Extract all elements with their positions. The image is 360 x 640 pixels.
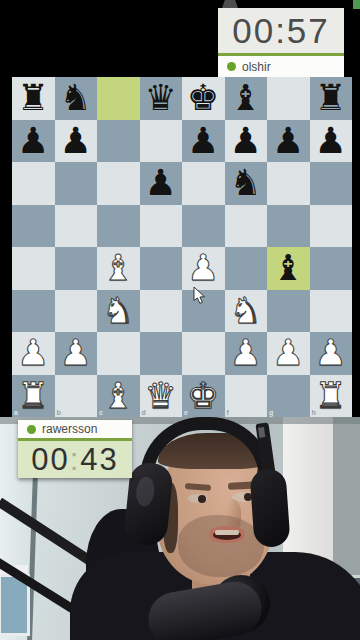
square-h5[interactable] bbox=[310, 205, 353, 248]
square-e2[interactable] bbox=[182, 332, 225, 375]
mouse-cursor-icon bbox=[193, 287, 207, 305]
square-a6[interactable] bbox=[12, 162, 55, 205]
piece-black-b-g4[interactable]: ♝ bbox=[267, 247, 310, 290]
square-a5[interactable] bbox=[12, 205, 55, 248]
piece-black-p-f7[interactable]: ♟ bbox=[225, 120, 268, 163]
square-e8[interactable]: ♚ bbox=[182, 77, 225, 120]
square-e4[interactable]: ♟ bbox=[182, 247, 225, 290]
square-b3[interactable] bbox=[55, 290, 98, 333]
piece-black-n-f6[interactable]: ♞ bbox=[225, 162, 268, 205]
piece-black-r-a8[interactable]: ♜ bbox=[12, 77, 55, 120]
square-d1[interactable]: d♛ bbox=[140, 375, 183, 418]
square-e6[interactable] bbox=[182, 162, 225, 205]
online-dot-icon bbox=[227, 62, 236, 71]
clock-colon: : bbox=[275, 11, 287, 51]
square-c1[interactable]: c♝ bbox=[97, 375, 140, 418]
square-d7[interactable] bbox=[140, 120, 183, 163]
piece-white-r-a1[interactable]: ♜ bbox=[12, 375, 55, 418]
piece-black-p-a7[interactable]: ♟ bbox=[12, 120, 55, 163]
piece-white-p-f2[interactable]: ♟ bbox=[225, 332, 268, 375]
piece-black-b-f8[interactable]: ♝ bbox=[225, 77, 268, 120]
piece-black-p-b7[interactable]: ♟ bbox=[55, 120, 98, 163]
square-g8[interactable] bbox=[267, 77, 310, 120]
square-b2[interactable]: ♟ bbox=[55, 332, 98, 375]
square-f1[interactable]: f bbox=[225, 375, 268, 418]
square-c5[interactable] bbox=[97, 205, 140, 248]
square-b8[interactable]: ♞ bbox=[55, 77, 98, 120]
top-player-name-row: olshir bbox=[218, 56, 344, 77]
square-f6[interactable]: ♞ bbox=[225, 162, 268, 205]
eye-left bbox=[188, 494, 208, 503]
piece-white-p-h2[interactable]: ♟ bbox=[310, 332, 353, 375]
square-g6[interactable] bbox=[267, 162, 310, 205]
piece-black-p-h7[interactable]: ♟ bbox=[310, 120, 353, 163]
square-b5[interactable] bbox=[55, 205, 98, 248]
piece-white-q-d1[interactable]: ♛ bbox=[140, 375, 183, 418]
square-e5[interactable] bbox=[182, 205, 225, 248]
piece-white-r-h1[interactable]: ♜ bbox=[310, 375, 353, 418]
piece-black-p-e7[interactable]: ♟ bbox=[182, 120, 225, 163]
square-c3[interactable]: ♞ bbox=[97, 290, 140, 333]
piece-black-r-h8[interactable]: ♜ bbox=[310, 77, 353, 120]
square-d2[interactable] bbox=[140, 332, 183, 375]
square-e1[interactable]: e♚ bbox=[182, 375, 225, 418]
top-player-clock: 00:57 bbox=[218, 8, 344, 53]
piece-white-b-c4[interactable]: ♝ bbox=[97, 247, 140, 290]
file-label-f: f bbox=[227, 409, 229, 416]
square-e7[interactable]: ♟ bbox=[182, 120, 225, 163]
online-dot-icon bbox=[27, 425, 36, 434]
bottom-player-name[interactable]: rawersson bbox=[42, 422, 97, 436]
square-h3[interactable] bbox=[310, 290, 353, 333]
file-label-g: g bbox=[269, 409, 273, 416]
piece-black-p-g7[interactable]: ♟ bbox=[267, 120, 310, 163]
square-d8[interactable]: ♛ bbox=[140, 77, 183, 120]
pupil-left bbox=[198, 495, 206, 503]
square-a7[interactable]: ♟ bbox=[12, 120, 55, 163]
square-g5[interactable] bbox=[267, 205, 310, 248]
square-c7[interactable] bbox=[97, 120, 140, 163]
square-h1[interactable]: h♜ bbox=[310, 375, 353, 418]
square-a8[interactable]: ♜ bbox=[12, 77, 55, 120]
bottom-player-name-row: rawersson bbox=[18, 420, 132, 438]
top-player-clock-card: 00:57 olshir bbox=[218, 8, 344, 77]
piece-black-q-d8[interactable]: ♛ bbox=[140, 77, 183, 120]
square-c4[interactable]: ♝ bbox=[97, 247, 140, 290]
square-d6[interactable]: ♟ bbox=[140, 162, 183, 205]
square-c2[interactable] bbox=[97, 332, 140, 375]
corner-green-artifact bbox=[353, 0, 360, 9]
piece-white-b-c1[interactable]: ♝ bbox=[97, 375, 140, 418]
square-g4[interactable]: ♝ bbox=[267, 247, 310, 290]
square-b4[interactable] bbox=[55, 247, 98, 290]
square-f4[interactable] bbox=[225, 247, 268, 290]
piece-white-k-e1[interactable]: ♚ bbox=[182, 375, 225, 418]
piece-white-p-a2[interactable]: ♟ bbox=[12, 332, 55, 375]
square-a3[interactable] bbox=[12, 290, 55, 333]
piece-black-n-b8[interactable]: ♞ bbox=[55, 77, 98, 120]
bottom-player-clock: 00:43 bbox=[18, 441, 132, 478]
clock-minutes: 00 bbox=[232, 11, 275, 51]
square-f3[interactable]: ♞ bbox=[225, 290, 268, 333]
square-g7[interactable]: ♟ bbox=[267, 120, 310, 163]
square-c8[interactable] bbox=[97, 77, 140, 120]
piece-black-k-e8[interactable]: ♚ bbox=[182, 77, 225, 120]
piece-white-p-b2[interactable]: ♟ bbox=[55, 332, 98, 375]
piece-white-p-e4[interactable]: ♟ bbox=[182, 247, 225, 290]
clock-colon: : bbox=[70, 442, 81, 478]
piece-white-p-g2[interactable]: ♟ bbox=[267, 332, 310, 375]
top-player-name[interactable]: olshir bbox=[242, 60, 271, 74]
piece-black-p-d6[interactable]: ♟ bbox=[140, 162, 183, 205]
file-label-b: b bbox=[57, 409, 61, 416]
teeth bbox=[215, 530, 239, 535]
square-h7[interactable]: ♟ bbox=[310, 120, 353, 163]
stream-frame: 00:57 olshir ♜♞♛♚♝♜♟♟♟♟♟♟♟♞♝♟♝♞♞♟♟♟♟♟a♜b… bbox=[0, 0, 360, 640]
square-h2[interactable]: ♟ bbox=[310, 332, 353, 375]
square-b1[interactable]: b bbox=[55, 375, 98, 418]
square-f8[interactable]: ♝ bbox=[225, 77, 268, 120]
square-a2[interactable]: ♟ bbox=[12, 332, 55, 375]
square-g3[interactable] bbox=[267, 290, 310, 333]
square-c6[interactable] bbox=[97, 162, 140, 205]
square-d3[interactable] bbox=[140, 290, 183, 333]
piece-white-n-f3[interactable]: ♞ bbox=[225, 290, 268, 333]
square-a4[interactable] bbox=[12, 247, 55, 290]
square-f5[interactable] bbox=[225, 205, 268, 248]
square-g2[interactable]: ♟ bbox=[267, 332, 310, 375]
square-g1[interactable]: g bbox=[267, 375, 310, 418]
square-a1[interactable]: a♜ bbox=[12, 375, 55, 418]
square-d5[interactable] bbox=[140, 205, 183, 248]
piece-white-n-c3[interactable]: ♞ bbox=[97, 290, 140, 333]
square-h6[interactable] bbox=[310, 162, 353, 205]
square-f2[interactable]: ♟ bbox=[225, 332, 268, 375]
square-b7[interactable]: ♟ bbox=[55, 120, 98, 163]
square-d4[interactable] bbox=[140, 247, 183, 290]
bottom-player-clock-card: rawersson 00:43 bbox=[18, 420, 132, 478]
chess-board[interactable]: ♜♞♛♚♝♜♟♟♟♟♟♟♟♞♝♟♝♞♞♟♟♟♟♟a♜bc♝d♛e♚fgh♜ bbox=[12, 77, 352, 417]
headphone-earcup-right bbox=[249, 468, 290, 548]
square-h8[interactable]: ♜ bbox=[310, 77, 353, 120]
square-h4[interactable] bbox=[310, 247, 353, 290]
clock-minutes: 00 bbox=[31, 442, 69, 478]
square-b6[interactable] bbox=[55, 162, 98, 205]
square-f7[interactable]: ♟ bbox=[225, 120, 268, 163]
clock-card-tab bbox=[222, 0, 238, 8]
clock-seconds: 57 bbox=[287, 11, 330, 51]
clock-seconds: 43 bbox=[80, 442, 118, 478]
